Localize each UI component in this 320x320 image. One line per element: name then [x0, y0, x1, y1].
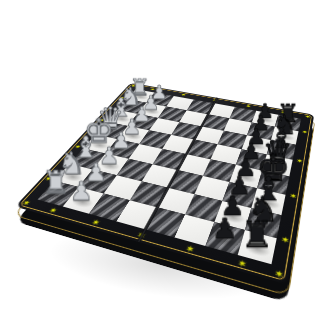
- star-ornament-icon: ✶: [90, 218, 102, 227]
- star-ornament-icon: ✶: [301, 130, 308, 135]
- star-ornament-icon: ✶: [47, 207, 59, 215]
- star-ornament-icon: ✶: [274, 269, 285, 280]
- star-ornament-icon: ✶: [237, 259, 248, 270]
- black-rook: ♜: [227, 216, 286, 252]
- star-ornament-icon: ✶: [304, 114, 310, 119]
- white-pawn: ♟: [55, 179, 107, 205]
- star-ornament-icon: ✶: [280, 110, 287, 114]
- star-ornament-icon: ✶: [20, 199, 32, 207]
- product-photo[interactable]: ✶✶✶✶✶✶✶✶✶✶✶✶✶✶✶✶✶✶✶✶✶✶ ♜♟♟♜♞♟♟♞♝♟♟♝♛♟♟♛♚…: [0, 0, 320, 320]
- star-ornament-icon: ✶: [180, 93, 187, 97]
- star-ornament-icon: ✶: [212, 98, 219, 102]
- star-ornament-icon: ✶: [185, 244, 196, 254]
